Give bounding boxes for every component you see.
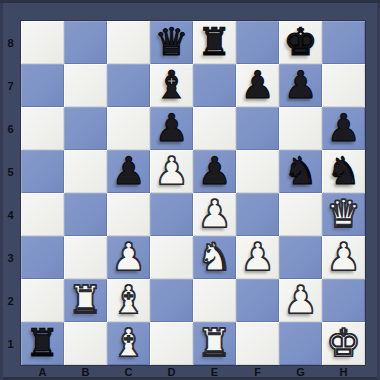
piece-black-knight-h5[interactable]: ♞ [326,152,360,190]
file-label-c: C [107,365,150,379]
square-g6[interactable] [279,107,322,150]
square-d1[interactable] [150,322,193,365]
square-b1[interactable] [64,322,107,365]
square-d4[interactable] [150,193,193,236]
square-b4[interactable] [64,193,107,236]
square-h4[interactable]: ♛ [322,193,365,236]
square-g4[interactable] [279,193,322,236]
square-a4[interactable] [21,193,64,236]
square-a5[interactable] [21,150,64,193]
square-g8[interactable]: ♚ [279,21,322,64]
piece-white-king-h1[interactable]: ♚ [326,324,360,362]
square-a2[interactable] [21,279,64,322]
square-d5[interactable]: ♟ [150,150,193,193]
piece-black-pawn-f7[interactable]: ♟ [240,66,274,104]
square-a7[interactable] [21,64,64,107]
chess-board-frame: ♛♜♚♝♟♟♟♟♟♟♟♞♞♟♛♟♞♟♟♜♝♟♜♝♜♚ 87654321ABCDE… [0,0,380,380]
piece-black-pawn-h6[interactable]: ♟ [326,109,360,147]
piece-white-bishop-c1[interactable]: ♝ [111,324,145,362]
square-a8[interactable] [21,21,64,64]
square-b7[interactable] [64,64,107,107]
piece-black-queen-d8[interactable]: ♛ [154,23,188,61]
piece-white-pawn-d5[interactable]: ♟ [154,152,188,190]
file-label-e: E [193,365,236,379]
square-f3[interactable]: ♟ [236,236,279,279]
square-c8[interactable] [107,21,150,64]
square-a1[interactable]: ♜ [21,322,64,365]
piece-black-king-g8[interactable]: ♚ [283,23,317,61]
rank-label-3: 3 [0,236,21,279]
square-h1[interactable]: ♚ [322,322,365,365]
square-e7[interactable] [193,64,236,107]
square-f8[interactable] [236,21,279,64]
square-c3[interactable]: ♟ [107,236,150,279]
square-e4[interactable]: ♟ [193,193,236,236]
square-h7[interactable] [322,64,365,107]
piece-white-pawn-e4[interactable]: ♟ [197,195,231,233]
square-g1[interactable] [279,322,322,365]
file-label-a: A [21,365,64,379]
square-c4[interactable] [107,193,150,236]
file-label-f: F [236,365,279,379]
square-d7[interactable]: ♝ [150,64,193,107]
piece-white-pawn-g2[interactable]: ♟ [283,281,317,319]
square-f7[interactable]: ♟ [236,64,279,107]
square-b2[interactable]: ♜ [64,279,107,322]
square-b3[interactable] [64,236,107,279]
square-d3[interactable] [150,236,193,279]
piece-white-pawn-f3[interactable]: ♟ [240,238,274,276]
square-b6[interactable] [64,107,107,150]
square-h8[interactable] [322,21,365,64]
square-e6[interactable] [193,107,236,150]
square-h6[interactable]: ♟ [322,107,365,150]
square-f6[interactable] [236,107,279,150]
square-e8[interactable]: ♜ [193,21,236,64]
square-b5[interactable] [64,150,107,193]
piece-white-knight-e3[interactable]: ♞ [197,238,231,276]
square-g3[interactable] [279,236,322,279]
file-label-g: G [279,365,322,379]
piece-black-knight-g5[interactable]: ♞ [283,152,317,190]
piece-white-rook-b2[interactable]: ♜ [68,281,102,319]
square-c5[interactable]: ♟ [107,150,150,193]
square-f2[interactable] [236,279,279,322]
chess-board: ♛♜♚♝♟♟♟♟♟♟♟♞♞♟♛♟♞♟♟♜♝♟♜♝♜♚ [21,21,365,365]
square-e1[interactable]: ♜ [193,322,236,365]
square-d2[interactable] [150,279,193,322]
square-b8[interactable] [64,21,107,64]
square-c2[interactable]: ♝ [107,279,150,322]
rank-label-6: 6 [0,107,21,150]
piece-black-pawn-c5[interactable]: ♟ [111,152,145,190]
file-label-h: H [322,365,365,379]
square-h3[interactable]: ♟ [322,236,365,279]
piece-white-rook-e1[interactable]: ♜ [197,324,231,362]
square-h5[interactable]: ♞ [322,150,365,193]
square-f4[interactable] [236,193,279,236]
file-label-b: B [64,365,107,379]
file-label-d: D [150,365,193,379]
piece-black-rook-a1[interactable]: ♜ [25,324,59,362]
square-d6[interactable]: ♟ [150,107,193,150]
square-e5[interactable]: ♟ [193,150,236,193]
square-g7[interactable]: ♟ [279,64,322,107]
piece-black-pawn-g7[interactable]: ♟ [283,66,317,104]
square-e2[interactable] [193,279,236,322]
square-d8[interactable]: ♛ [150,21,193,64]
piece-white-queen-h4[interactable]: ♛ [326,195,360,233]
square-f1[interactable] [236,322,279,365]
piece-black-bishop-d7[interactable]: ♝ [154,66,188,104]
square-e3[interactable]: ♞ [193,236,236,279]
piece-black-pawn-e5[interactable]: ♟ [197,152,231,190]
square-g2[interactable]: ♟ [279,279,322,322]
piece-white-bishop-c2[interactable]: ♝ [111,281,145,319]
piece-white-pawn-c3[interactable]: ♟ [111,238,145,276]
square-g5[interactable]: ♞ [279,150,322,193]
square-h2[interactable] [322,279,365,322]
piece-black-pawn-d6[interactable]: ♟ [154,109,188,147]
rank-label-5: 5 [0,150,21,193]
square-c7[interactable] [107,64,150,107]
rank-label-4: 4 [0,193,21,236]
square-a3[interactable] [21,236,64,279]
rank-label-1: 1 [0,322,21,365]
rank-label-2: 2 [0,279,21,322]
square-c6[interactable] [107,107,150,150]
piece-white-pawn-h3[interactable]: ♟ [326,238,360,276]
square-f5[interactable] [236,150,279,193]
square-a6[interactable] [21,107,64,150]
square-c1[interactable]: ♝ [107,322,150,365]
rank-label-7: 7 [0,64,21,107]
rank-label-8: 8 [0,21,21,64]
piece-black-rook-e8[interactable]: ♜ [197,23,231,61]
